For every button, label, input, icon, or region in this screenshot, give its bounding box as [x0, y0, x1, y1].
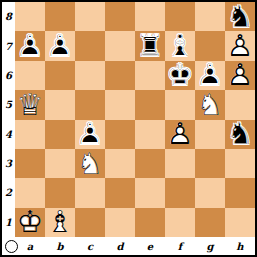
square-b7[interactable]: ♟♙: [45, 31, 75, 60]
black-knight-glyph-outline: ♘: [225, 2, 255, 31]
square-b3[interactable]: [45, 149, 75, 178]
square-c3[interactable]: ♞♘: [75, 149, 105, 178]
square-h3[interactable]: [225, 149, 255, 178]
piece-black-pawn-g6: ♟♙: [195, 61, 225, 90]
white-pawn-glyph-outline: ♙: [165, 120, 195, 149]
piece-black-pawn-c4: ♟♙: [75, 120, 105, 149]
chess-board: ♞♘♟♙♟♙♜♖♝♗♟♙♚♔♟♙♟♙♛♕♞♘♟♙♟♙♞♘♞♘♚♔♝♗: [15, 2, 255, 237]
chess-diagram: 87654321 ♞♘♟♙♟♙♜♖♝♗♟♙♚♔♟♙♟♙♛♕♞♘♟♙♟♙♞♘♞♘♚…: [0, 0, 257, 257]
rank-label-4: 4: [2, 120, 15, 149]
square-c7[interactable]: [75, 31, 105, 60]
file-label-h: h: [225, 237, 255, 255]
square-e6[interactable]: [135, 61, 165, 90]
piece-black-bishop-f7: ♝♗: [165, 31, 195, 60]
square-d6[interactable]: [105, 61, 135, 90]
square-d2[interactable]: [105, 178, 135, 207]
square-h7[interactable]: ♟♙: [225, 31, 255, 60]
square-e7[interactable]: ♜♖: [135, 31, 165, 60]
square-e3[interactable]: [135, 149, 165, 178]
square-g7[interactable]: [195, 31, 225, 60]
square-d8[interactable]: [105, 2, 135, 31]
piece-black-king-f6: ♚♔: [165, 61, 195, 90]
square-f4[interactable]: ♟♙: [165, 120, 195, 149]
piece-white-pawn-h6: ♟♙: [225, 61, 255, 90]
square-e1[interactable]: [135, 208, 165, 237]
square-f6[interactable]: ♚♔: [165, 61, 195, 90]
square-c6[interactable]: [75, 61, 105, 90]
piece-white-knight-c3: ♞♘: [75, 149, 105, 178]
rank-labels: 87654321: [2, 2, 15, 237]
piece-white-knight-g5: ♞♘: [195, 90, 225, 119]
file-label-d: d: [105, 237, 135, 255]
piece-white-pawn-f4: ♟♙: [165, 120, 195, 149]
square-d4[interactable]: [105, 120, 135, 149]
square-b4[interactable]: [45, 120, 75, 149]
square-g8[interactable]: [195, 2, 225, 31]
square-c2[interactable]: [75, 178, 105, 207]
square-b5[interactable]: [45, 90, 75, 119]
square-g1[interactable]: [195, 208, 225, 237]
square-a5[interactable]: ♛♕: [15, 90, 45, 119]
black-rook-glyph-outline: ♖: [135, 31, 165, 60]
black-pawn-glyph-outline: ♙: [195, 61, 225, 90]
white-knight-glyph-outline: ♘: [75, 149, 105, 178]
square-f1[interactable]: [165, 208, 195, 237]
black-knight-glyph-outline: ♘: [225, 120, 255, 149]
white-to-move-indicator: [5, 240, 18, 253]
rank-label-7: 7: [2, 31, 15, 60]
square-f2[interactable]: [165, 178, 195, 207]
square-a7[interactable]: ♟♙: [15, 31, 45, 60]
square-c1[interactable]: [75, 208, 105, 237]
square-h8[interactable]: ♞♘: [225, 2, 255, 31]
square-e4[interactable]: [135, 120, 165, 149]
file-labels: abcdefgh: [15, 237, 255, 255]
piece-white-pawn-h7: ♟♙: [225, 31, 255, 60]
piece-white-queen-a5: ♛♕: [15, 90, 45, 119]
square-e8[interactable]: [135, 2, 165, 31]
square-f8[interactable]: [165, 2, 195, 31]
square-g4[interactable]: [195, 120, 225, 149]
white-bishop-glyph-outline: ♗: [45, 208, 75, 237]
white-king-glyph-outline: ♔: [15, 208, 45, 237]
black-pawn-glyph-outline: ♙: [75, 120, 105, 149]
square-b1[interactable]: ♝♗: [45, 208, 75, 237]
square-a8[interactable]: [15, 2, 45, 31]
square-d5[interactable]: [105, 90, 135, 119]
square-h4[interactable]: ♞♘: [225, 120, 255, 149]
white-queen-glyph-outline: ♕: [15, 90, 45, 119]
square-a1[interactable]: ♚♔: [15, 208, 45, 237]
piece-white-bishop-b1: ♝♗: [45, 208, 75, 237]
white-pawn-glyph-outline: ♙: [225, 61, 255, 90]
turn-indicator-box: [2, 237, 18, 255]
white-knight-glyph-outline: ♘: [195, 90, 225, 119]
rank-label-5: 5: [2, 90, 15, 119]
square-c8[interactable]: [75, 2, 105, 31]
white-pawn-glyph-outline: ♙: [225, 31, 255, 60]
square-a3[interactable]: [15, 149, 45, 178]
rank-label-6: 6: [2, 61, 15, 90]
square-h1[interactable]: [225, 208, 255, 237]
black-pawn-glyph-outline: ♙: [15, 31, 45, 60]
file-label-c: c: [75, 237, 105, 255]
black-pawn-glyph-outline: ♙: [45, 31, 75, 60]
square-b2[interactable]: [45, 178, 75, 207]
square-e5[interactable]: [135, 90, 165, 119]
square-f5[interactable]: [165, 90, 195, 119]
file-label-g: g: [195, 237, 225, 255]
square-c4[interactable]: ♟♙: [75, 120, 105, 149]
piece-black-rook-e7: ♜♖: [135, 31, 165, 60]
piece-white-king-a1: ♚♔: [15, 208, 45, 237]
square-a4[interactable]: [15, 120, 45, 149]
black-king-glyph-outline: ♔: [165, 61, 195, 90]
square-g2[interactable]: [195, 178, 225, 207]
square-f7[interactable]: ♝♗: [165, 31, 195, 60]
file-label-f: f: [165, 237, 195, 255]
piece-black-pawn-b7: ♟♙: [45, 31, 75, 60]
square-d7[interactable]: [105, 31, 135, 60]
file-label-b: b: [45, 237, 75, 255]
piece-black-knight-h4: ♞♘: [225, 120, 255, 149]
rank-label-3: 3: [2, 149, 15, 178]
square-g3[interactable]: [195, 149, 225, 178]
file-label-a: a: [15, 237, 45, 255]
rank-label-1: 1: [2, 208, 15, 237]
square-e2[interactable]: [135, 178, 165, 207]
square-a2[interactable]: [15, 178, 45, 207]
piece-black-knight-h8: ♞♘: [225, 2, 255, 31]
black-bishop-glyph-outline: ♗: [165, 31, 195, 60]
square-d3[interactable]: [105, 149, 135, 178]
rank-label-2: 2: [2, 178, 15, 207]
square-h6[interactable]: ♟♙: [225, 61, 255, 90]
file-label-e: e: [135, 237, 165, 255]
square-g6[interactable]: ♟♙: [195, 61, 225, 90]
square-g5[interactable]: ♞♘: [195, 90, 225, 119]
square-a6[interactable]: [15, 61, 45, 90]
square-h5[interactable]: [225, 90, 255, 119]
square-f3[interactable]: [165, 149, 195, 178]
rank-label-8: 8: [2, 2, 15, 31]
square-b8[interactable]: [45, 2, 75, 31]
square-b6[interactable]: [45, 61, 75, 90]
square-h2[interactable]: [225, 178, 255, 207]
piece-black-pawn-a7: ♟♙: [15, 31, 45, 60]
square-c5[interactable]: [75, 90, 105, 119]
square-d1[interactable]: [105, 208, 135, 237]
